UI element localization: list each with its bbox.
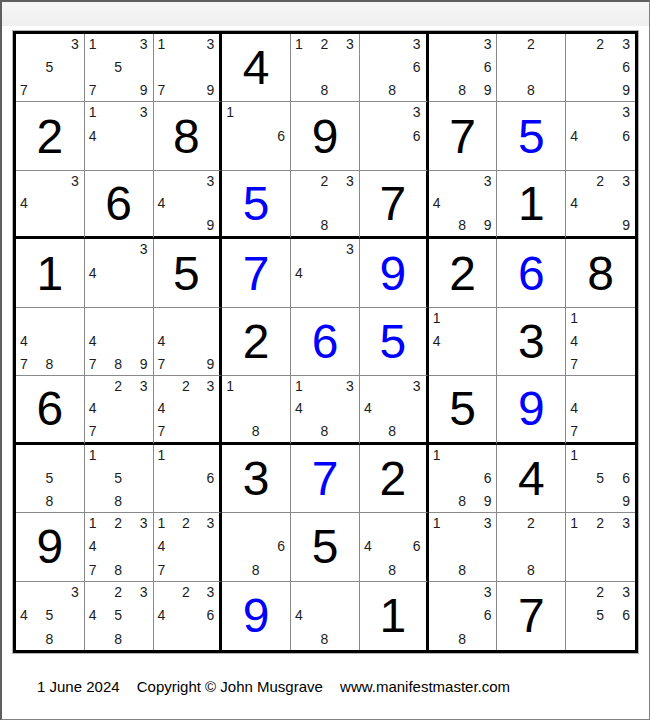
- cell-r2c4[interactable]: 16: [222, 102, 291, 170]
- pencil-mark-9: 9: [140, 357, 148, 371]
- pencil-mark-1: 1: [89, 516, 97, 530]
- pencil-mark-5: 5: [114, 60, 122, 74]
- pencil-marks: 147: [566, 308, 635, 375]
- cell-r7c2[interactable]: 158: [85, 445, 154, 513]
- pencil-mark-3: 3: [207, 516, 215, 530]
- pencil-mark-1: 1: [89, 37, 97, 51]
- pencil-mark-9: 9: [484, 83, 492, 97]
- cell-r7c8[interactable]: 4: [497, 445, 566, 513]
- pencil-marks: 1379: [154, 34, 220, 101]
- cell-r3c2[interactable]: 6: [85, 171, 154, 239]
- pencil-mark-7: 7: [158, 357, 166, 371]
- cell-r5c6[interactable]: 5: [360, 308, 429, 376]
- cell-r8c6[interactable]: 468: [360, 513, 429, 581]
- cell-r7c9[interactable]: 1569: [566, 445, 635, 513]
- pencil-mark-6: 6: [622, 471, 630, 485]
- pencil-mark-3: 3: [622, 105, 630, 119]
- pencil-mark-5: 5: [114, 471, 122, 485]
- pencil-mark-1: 1: [295, 379, 303, 393]
- pencil-marks: 68: [222, 513, 290, 580]
- cell-r7c7[interactable]: 1689: [429, 445, 498, 513]
- cell-r5c2[interactable]: 4789: [85, 308, 154, 376]
- footer-date: 1 June 2024: [37, 678, 120, 695]
- pencil-mark-8: 8: [458, 632, 466, 646]
- pencil-mark-1: 1: [158, 516, 166, 530]
- pencil-mark-1: 1: [158, 37, 166, 51]
- cell-r3c4[interactable]: 5: [222, 171, 291, 239]
- pencil-mark-4: 4: [364, 539, 372, 553]
- pencil-mark-2: 2: [182, 585, 190, 599]
- pencil-mark-4: 4: [433, 196, 441, 210]
- pencil-marks: 138: [429, 513, 497, 580]
- cell-r8c2[interactable]: 123478: [85, 513, 154, 581]
- pencil-mark-4: 4: [89, 401, 97, 415]
- cell-r8c5[interactable]: 5: [291, 513, 360, 581]
- cell-r4c8[interactable]: 6: [497, 239, 566, 307]
- cell-r8c1[interactable]: 9: [16, 513, 85, 581]
- cell-r4c1[interactable]: 1: [16, 239, 85, 307]
- pencil-mark-6: 6: [622, 608, 630, 622]
- pencil-mark-2: 2: [114, 379, 122, 393]
- title-bar: [2, 2, 649, 26]
- pencil-marks: 2349: [566, 171, 635, 236]
- pencil-marks: 2347: [85, 376, 153, 441]
- cell-r9c1[interactable]: 3458: [16, 582, 85, 650]
- pencil-mark-4: 4: [295, 608, 303, 622]
- cell-r2c2[interactable]: 134: [85, 102, 154, 170]
- pencil-mark-7: 7: [158, 563, 166, 577]
- pencil-marks: 2369: [566, 34, 635, 101]
- pencil-mark-4: 4: [158, 539, 166, 553]
- pencil-mark-6: 6: [622, 129, 630, 143]
- pencil-mark-8: 8: [527, 563, 535, 577]
- pencil-marks: 349: [154, 171, 220, 236]
- cell-r1c4[interactable]: 4: [222, 34, 291, 102]
- pencil-mark-8: 8: [388, 424, 396, 438]
- given-digit: 5: [291, 513, 359, 580]
- pencil-mark-5: 5: [45, 608, 53, 622]
- pencil-mark-8: 8: [45, 632, 53, 646]
- pencil-mark-9: 9: [207, 218, 215, 232]
- cell-r2c9[interactable]: 346: [566, 102, 635, 170]
- pencil-mark-7: 7: [158, 83, 166, 97]
- pencil-mark-9: 9: [140, 83, 148, 97]
- solved-digit: 5: [222, 171, 290, 236]
- pencil-mark-9: 9: [484, 494, 492, 508]
- pencil-marks: 14: [429, 308, 497, 375]
- pencil-mark-3: 3: [207, 174, 215, 188]
- given-digit: 3: [222, 445, 290, 512]
- pencil-marks: 123478: [85, 513, 153, 580]
- pencil-mark-8: 8: [45, 357, 53, 371]
- cell-r3c9[interactable]: 2349: [566, 171, 635, 239]
- cell-r6c8[interactable]: 9: [497, 376, 566, 444]
- cell-r4c2[interactable]: 34: [85, 239, 154, 307]
- pencil-marks: 3489: [429, 171, 497, 236]
- cell-r9c3[interactable]: 2346: [154, 582, 223, 650]
- cell-r2c7[interactable]: 7: [429, 102, 498, 170]
- pencil-mark-3: 3: [622, 585, 630, 599]
- pencil-mark-1: 1: [433, 311, 441, 325]
- pencil-mark-4: 4: [364, 401, 372, 415]
- cell-r8c3[interactable]: 12347: [154, 513, 223, 581]
- pencil-mark-2: 2: [182, 516, 190, 530]
- pencil-mark-4: 4: [89, 129, 97, 143]
- cell-r5c5[interactable]: 6: [291, 308, 360, 376]
- pencil-mark-8: 8: [321, 83, 329, 97]
- pencil-mark-9: 9: [622, 83, 630, 97]
- pencil-marks: 48: [291, 582, 359, 650]
- given-digit: 4: [497, 445, 565, 512]
- pencil-mark-9: 9: [484, 218, 492, 232]
- pencil-mark-9: 9: [622, 494, 630, 508]
- pencil-mark-5: 5: [114, 608, 122, 622]
- cell-r6c4[interactable]: 18: [222, 376, 291, 444]
- cell-r8c7[interactable]: 138: [429, 513, 498, 581]
- cell-r6c7[interactable]: 5: [429, 376, 498, 444]
- cell-r6c6[interactable]: 348: [360, 376, 429, 444]
- given-digit: 6: [16, 376, 84, 441]
- pencil-mark-7: 7: [89, 563, 97, 577]
- pencil-mark-7: 7: [570, 424, 578, 438]
- pencil-mark-1: 1: [295, 37, 303, 51]
- cell-r1c5[interactable]: 1238: [291, 34, 360, 102]
- pencil-mark-8: 8: [321, 218, 329, 232]
- solved-digit: 9: [360, 239, 426, 306]
- given-digit: 8: [154, 102, 220, 169]
- pencil-mark-3: 3: [71, 37, 79, 51]
- pencil-mark-1: 1: [570, 448, 578, 462]
- cell-r2c1[interactable]: 2: [16, 102, 85, 170]
- pencil-marks: 28: [497, 34, 565, 101]
- pencil-mark-4: 4: [570, 129, 578, 143]
- pencil-mark-3: 3: [207, 379, 215, 393]
- pencil-mark-6: 6: [413, 539, 421, 553]
- pencil-marks: 12347: [154, 513, 220, 580]
- pencil-mark-6: 6: [484, 608, 492, 622]
- cell-r4c7[interactable]: 2: [429, 239, 498, 307]
- pencil-mark-6: 6: [413, 129, 421, 143]
- pencil-mark-3: 3: [413, 37, 421, 51]
- pencil-mark-4: 4: [20, 334, 28, 348]
- pencil-mark-8: 8: [252, 563, 260, 577]
- cell-r7c6[interactable]: 2: [360, 445, 429, 513]
- cell-r9c8[interactable]: 7: [497, 582, 566, 650]
- cell-r5c9[interactable]: 147: [566, 308, 635, 376]
- cell-r4c3[interactable]: 5: [154, 239, 223, 307]
- sudoku-grid: 3571357913794123836836892823692134816936…: [13, 31, 638, 653]
- pencil-mark-3: 3: [140, 242, 148, 256]
- given-digit: 2: [429, 239, 497, 306]
- cell-r8c4[interactable]: 68: [222, 513, 291, 581]
- cell-r3c7[interactable]: 3489: [429, 171, 498, 239]
- pencil-mark-3: 3: [484, 174, 492, 188]
- cell-r1c6[interactable]: 368: [360, 34, 429, 102]
- pencil-marks: 134: [85, 102, 153, 169]
- cell-r2c5[interactable]: 9: [291, 102, 360, 170]
- pencil-mark-2: 2: [114, 516, 122, 530]
- given-digit: 1: [16, 239, 84, 306]
- pencil-mark-4: 4: [158, 196, 166, 210]
- pencil-mark-3: 3: [140, 379, 148, 393]
- pencil-mark-2: 2: [596, 585, 604, 599]
- pencil-mark-3: 3: [140, 516, 148, 530]
- pencil-mark-6: 6: [207, 608, 215, 622]
- cell-r6c9[interactable]: 47: [566, 376, 635, 444]
- pencil-mark-8: 8: [458, 83, 466, 97]
- cell-r7c4[interactable]: 3: [222, 445, 291, 513]
- pencil-mark-4: 4: [89, 334, 97, 348]
- cell-r4c6[interactable]: 9: [360, 239, 429, 307]
- pencil-mark-3: 3: [484, 37, 492, 51]
- cell-r1c1[interactable]: 357: [16, 34, 85, 102]
- pencil-mark-8: 8: [458, 218, 466, 232]
- cell-r7c5[interactable]: 7: [291, 445, 360, 513]
- pencil-marks: 478: [16, 308, 84, 375]
- cell-r1c9[interactable]: 2369: [566, 34, 635, 102]
- pencil-marks: 34: [16, 171, 84, 236]
- cell-r4c5[interactable]: 34: [291, 239, 360, 307]
- given-digit: 6: [85, 171, 153, 236]
- pencil-mark-1: 1: [570, 516, 578, 530]
- pencil-mark-1: 1: [570, 311, 578, 325]
- pencil-mark-6: 6: [277, 129, 285, 143]
- pencil-mark-5: 5: [596, 608, 604, 622]
- pencil-marks: 3689: [429, 34, 497, 101]
- cell-r3c6[interactable]: 7: [360, 171, 429, 239]
- footer: 1 June 2024 Copyright © John Musgrave ww…: [37, 678, 523, 695]
- pencil-mark-4: 4: [158, 334, 166, 348]
- pencil-mark-3: 3: [207, 37, 215, 51]
- pencil-mark-4: 4: [295, 401, 303, 415]
- cell-r9c7[interactable]: 368: [429, 582, 498, 650]
- pencil-mark-4: 4: [158, 401, 166, 415]
- pencil-mark-5: 5: [45, 471, 53, 485]
- pencil-mark-5: 5: [45, 60, 53, 74]
- pencil-marks: 468: [360, 513, 426, 580]
- pencil-marks: 1238: [291, 34, 359, 101]
- solved-digit: 5: [497, 102, 565, 169]
- pencil-mark-3: 3: [622, 516, 630, 530]
- pencil-mark-2: 2: [321, 174, 329, 188]
- pencil-mark-4: 4: [570, 334, 578, 348]
- pencil-marks: 3458: [16, 582, 84, 650]
- cell-r7c3[interactable]: 16: [154, 445, 223, 513]
- cell-r5c4[interactable]: 2: [222, 308, 291, 376]
- pencil-mark-3: 3: [484, 585, 492, 599]
- solved-digit: 6: [291, 308, 359, 375]
- cell-r5c7[interactable]: 14: [429, 308, 498, 376]
- pencil-mark-1: 1: [89, 105, 97, 119]
- pencil-mark-4: 4: [570, 401, 578, 415]
- solved-digit: 5: [360, 308, 426, 375]
- pencil-marks: 4789: [85, 308, 153, 375]
- footer-copyright: Copyright © John Musgrave: [137, 678, 323, 695]
- pencil-mark-8: 8: [321, 424, 329, 438]
- cell-r7c1[interactable]: 58: [16, 445, 85, 513]
- pencil-mark-5: 5: [596, 471, 604, 485]
- given-digit: 2: [222, 308, 290, 375]
- cell-r6c3[interactable]: 2347: [154, 376, 223, 444]
- pencil-mark-3: 3: [71, 174, 79, 188]
- pencil-mark-1: 1: [158, 448, 166, 462]
- pencil-mark-7: 7: [89, 424, 97, 438]
- pencil-marks: 357: [16, 34, 84, 101]
- given-digit: 1: [497, 171, 565, 236]
- pencil-mark-4: 4: [433, 334, 441, 348]
- pencil-mark-3: 3: [413, 105, 421, 119]
- pencil-marks: 34: [85, 239, 153, 306]
- cell-r8c8[interactable]: 28: [497, 513, 566, 581]
- cell-r3c1[interactable]: 34: [16, 171, 85, 239]
- given-digit: 1: [360, 582, 426, 650]
- cell-r9c4[interactable]: 9: [222, 582, 291, 650]
- pencil-mark-3: 3: [140, 105, 148, 119]
- solved-digit: 6: [497, 239, 565, 306]
- pencil-mark-1: 1: [226, 379, 234, 393]
- pencil-mark-3: 3: [140, 37, 148, 51]
- pencil-marks: 346: [566, 102, 635, 169]
- pencil-marks: 36: [360, 102, 426, 169]
- given-digit: 5: [154, 239, 220, 306]
- pencil-mark-8: 8: [527, 83, 535, 97]
- given-digit: 9: [291, 102, 359, 169]
- pencil-mark-4: 4: [89, 539, 97, 553]
- pencil-marks: 2347: [154, 376, 220, 441]
- pencil-mark-7: 7: [570, 357, 578, 371]
- pencil-mark-1: 1: [89, 448, 97, 462]
- pencil-mark-1: 1: [433, 448, 441, 462]
- pencil-marks: 47: [566, 376, 635, 441]
- pencil-mark-4: 4: [20, 196, 28, 210]
- given-digit: 7: [429, 102, 497, 169]
- cell-r1c7[interactable]: 3689: [429, 34, 498, 102]
- solved-digit: 7: [291, 445, 359, 512]
- cell-r1c3[interactable]: 1379: [154, 34, 223, 102]
- pencil-marks: 1348: [291, 376, 359, 441]
- cell-r1c8[interactable]: 28: [497, 34, 566, 102]
- pencil-mark-9: 9: [207, 357, 215, 371]
- pencil-mark-6: 6: [622, 60, 630, 74]
- pencil-mark-4: 4: [89, 608, 97, 622]
- cell-r3c8[interactable]: 1: [497, 171, 566, 239]
- cell-r2c8[interactable]: 5: [497, 102, 566, 170]
- cell-r4c4[interactable]: 7: [222, 239, 291, 307]
- pencil-mark-3: 3: [207, 585, 215, 599]
- pencil-mark-2: 2: [114, 585, 122, 599]
- pencil-mark-3: 3: [484, 516, 492, 530]
- pencil-mark-6: 6: [484, 60, 492, 74]
- cell-r2c6[interactable]: 36: [360, 102, 429, 170]
- cell-r9c9[interactable]: 2356: [566, 582, 635, 650]
- pencil-mark-3: 3: [346, 242, 354, 256]
- pencil-mark-6: 6: [484, 471, 492, 485]
- pencil-marks: 158: [85, 445, 153, 512]
- pencil-mark-9: 9: [207, 83, 215, 97]
- pencil-mark-2: 2: [596, 174, 604, 188]
- pencil-marks: 348: [360, 376, 426, 441]
- given-digit: 7: [360, 171, 426, 236]
- pencil-marks: 1569: [566, 445, 635, 512]
- pencil-mark-3: 3: [622, 37, 630, 51]
- pencil-mark-8: 8: [252, 424, 260, 438]
- pencil-mark-4: 4: [20, 608, 28, 622]
- pencil-mark-8: 8: [114, 632, 122, 646]
- pencil-mark-6: 6: [277, 539, 285, 553]
- given-digit: 7: [497, 582, 565, 650]
- given-digit: 4: [222, 34, 290, 101]
- cell-r1c2[interactable]: 13579: [85, 34, 154, 102]
- cell-r5c3[interactable]: 479: [154, 308, 223, 376]
- pencil-mark-8: 8: [321, 632, 329, 646]
- pencil-mark-2: 2: [321, 37, 329, 51]
- pencil-mark-2: 2: [182, 379, 190, 393]
- pencil-mark-3: 3: [622, 174, 630, 188]
- cell-r9c6[interactable]: 1: [360, 582, 429, 650]
- pencil-marks: 34: [291, 239, 359, 306]
- given-digit: 9: [16, 513, 84, 580]
- pencil-marks: 479: [154, 308, 220, 375]
- pencil-mark-1: 1: [226, 105, 234, 119]
- given-digit: 2: [360, 445, 426, 512]
- pencil-mark-2: 2: [527, 37, 535, 51]
- pencil-mark-2: 2: [596, 37, 604, 51]
- pencil-marks: 18: [222, 376, 290, 441]
- given-digit: 5: [429, 376, 497, 441]
- cell-r5c8[interactable]: 3: [497, 308, 566, 376]
- cell-r9c2[interactable]: 23458: [85, 582, 154, 650]
- pencil-mark-7: 7: [89, 357, 97, 371]
- pencil-mark-4: 4: [158, 608, 166, 622]
- cell-r5c1[interactable]: 478: [16, 308, 85, 376]
- pencil-mark-2: 2: [596, 516, 604, 530]
- pencil-mark-8: 8: [458, 563, 466, 577]
- pencil-mark-8: 8: [114, 563, 122, 577]
- pencil-mark-8: 8: [45, 494, 53, 508]
- cell-r6c2[interactable]: 2347: [85, 376, 154, 444]
- cell-r3c5[interactable]: 238: [291, 171, 360, 239]
- pencil-mark-7: 7: [158, 424, 166, 438]
- pencil-mark-3: 3: [413, 379, 421, 393]
- pencil-marks: 2346: [154, 582, 220, 650]
- pencil-marks: 2356: [566, 582, 635, 650]
- pencil-marks: 23458: [85, 582, 153, 650]
- cell-r9c5[interactable]: 48: [291, 582, 360, 650]
- pencil-mark-8: 8: [458, 494, 466, 508]
- pencil-mark-8: 8: [388, 83, 396, 97]
- pencil-marks: 28: [497, 513, 565, 580]
- cell-r6c5[interactable]: 1348: [291, 376, 360, 444]
- given-digit: 3: [497, 308, 565, 375]
- cell-r4c9[interactable]: 8: [566, 239, 635, 307]
- pencil-marks: 16: [154, 445, 220, 512]
- solved-digit: 7: [222, 239, 290, 306]
- cell-r3c3[interactable]: 349: [154, 171, 223, 239]
- pencil-mark-9: 9: [622, 218, 630, 232]
- pencil-mark-7: 7: [20, 357, 28, 371]
- pencil-mark-2: 2: [527, 516, 535, 530]
- pencil-mark-4: 4: [295, 266, 303, 280]
- pencil-mark-8: 8: [388, 563, 396, 577]
- cell-r6c1[interactable]: 6: [16, 376, 85, 444]
- cell-r2c3[interactable]: 8: [154, 102, 223, 170]
- puzzle-window: 3571357913794123836836892823692134816936…: [0, 0, 650, 720]
- pencil-marks: 1689: [429, 445, 497, 512]
- pencil-marks: 13579: [85, 34, 153, 101]
- cell-r8c9[interactable]: 123: [566, 513, 635, 581]
- pencil-mark-6: 6: [207, 471, 215, 485]
- pencil-marks: 368: [429, 582, 497, 650]
